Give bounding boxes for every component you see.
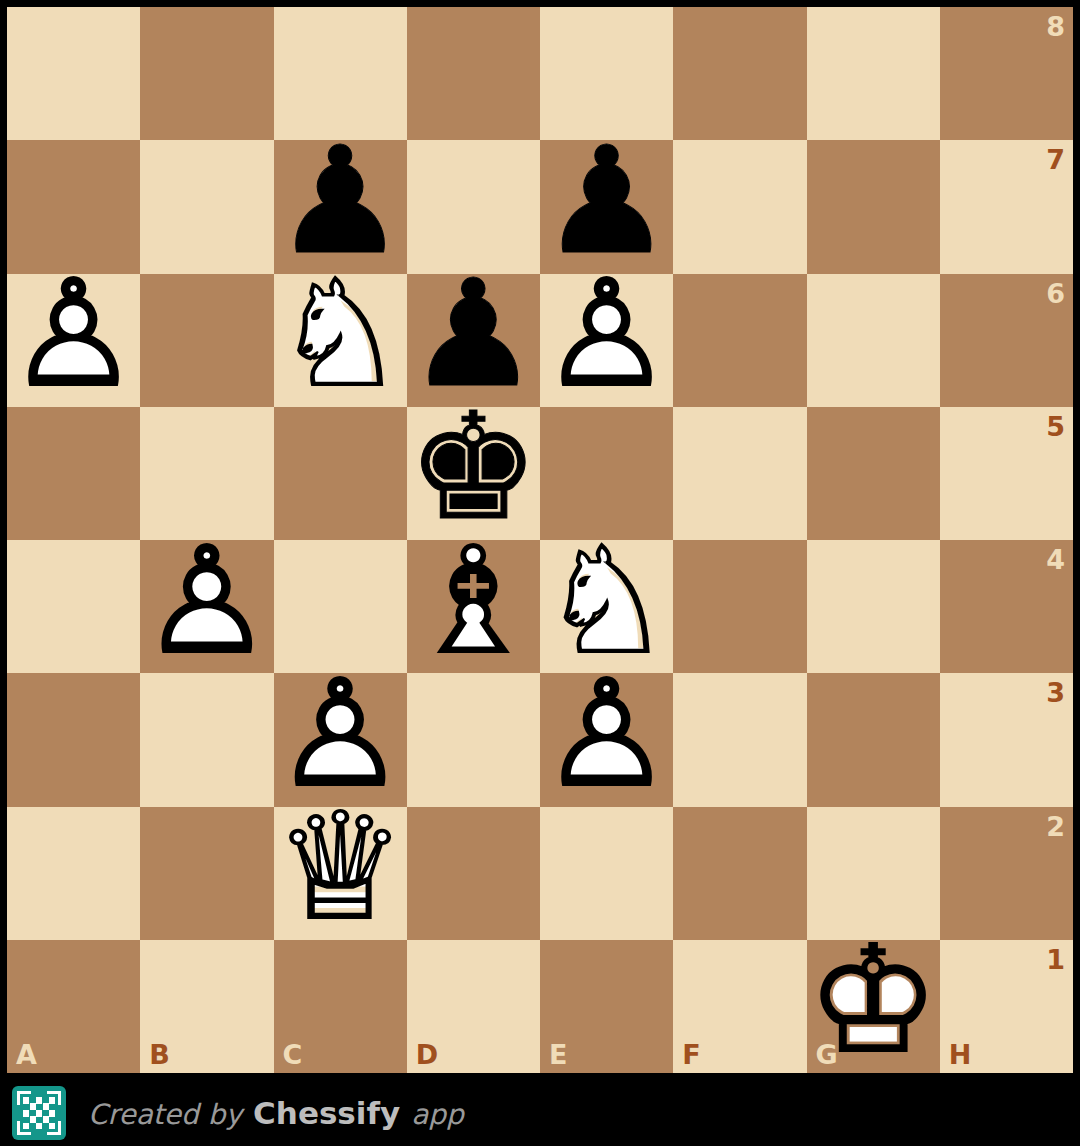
square-h8: 8	[940, 7, 1073, 140]
square-g5	[807, 407, 940, 540]
rank-label-3: 3	[1046, 679, 1065, 706]
square-e6: ♟♙	[540, 274, 673, 407]
square-e1: E	[540, 940, 673, 1073]
square-d1: D	[407, 940, 540, 1073]
app-label: app	[411, 1098, 464, 1131]
square-d5: ♚♚	[407, 407, 540, 540]
black-pawn-d6: ♟♟	[407, 274, 540, 407]
square-g8	[807, 7, 940, 140]
square-c4	[274, 540, 407, 673]
square-g1: G♚♔	[807, 940, 940, 1073]
square-c7: ♟♟	[274, 140, 407, 273]
chess-diagram-page: 8♟♟♟♟7♟♙♞♘♟♟♟♙6♚♚5♟♙♝♗♞♘4♟♙♟♙3♛♕2ABCDEFG…	[0, 0, 1080, 1146]
square-f6	[673, 274, 806, 407]
square-c6: ♞♘	[274, 274, 407, 407]
square-e3: ♟♙	[540, 673, 673, 806]
square-f3	[673, 673, 806, 806]
square-g2	[807, 807, 940, 940]
rank-label-7: 7	[1046, 146, 1065, 173]
square-d7	[407, 140, 540, 273]
square-h4: 4	[940, 540, 1073, 673]
rank-label-2: 2	[1046, 813, 1065, 840]
chess-board: 8♟♟♟♟7♟♙♞♘♟♟♟♙6♚♚5♟♙♝♗♞♘4♟♙♟♙3♛♕2ABCDEFG…	[0, 0, 1080, 1080]
square-e7: ♟♟	[540, 140, 673, 273]
file-label-e: E	[549, 1041, 567, 1068]
square-d6: ♟♟	[407, 274, 540, 407]
rank-label-5: 5	[1046, 413, 1065, 440]
checkerboard-pattern-icon	[23, 1097, 55, 1129]
brand-name: Chessify	[253, 1095, 400, 1131]
file-label-d: D	[416, 1041, 438, 1068]
file-label-c: C	[283, 1041, 303, 1068]
square-a4	[7, 540, 140, 673]
square-h5: 5	[940, 407, 1073, 540]
white-knight-e4: ♞♘	[540, 540, 673, 673]
black-king-d5: ♚♚	[407, 407, 540, 540]
square-c2: ♛♕	[274, 807, 407, 940]
white-pawn-b4: ♟♙	[140, 540, 273, 673]
white-pawn-a6: ♟♙	[7, 274, 140, 407]
square-b5	[140, 407, 273, 540]
black-pawn-e7: ♟♟	[540, 140, 673, 273]
square-f2	[673, 807, 806, 940]
square-e4: ♞♘	[540, 540, 673, 673]
square-b8	[140, 7, 273, 140]
square-c8	[274, 7, 407, 140]
square-f8	[673, 7, 806, 140]
rank-label-1: 1	[1046, 946, 1065, 973]
square-a3	[7, 673, 140, 806]
white-king-g1: ♚♔	[807, 940, 940, 1073]
square-g3	[807, 673, 940, 806]
file-label-f: F	[682, 1041, 700, 1068]
white-knight-c6: ♞♘	[274, 274, 407, 407]
square-b2	[140, 807, 273, 940]
square-b3	[140, 673, 273, 806]
square-a2	[7, 807, 140, 940]
file-label-h: H	[949, 1041, 972, 1068]
square-f4	[673, 540, 806, 673]
square-h1: 1H	[940, 940, 1073, 1073]
rank-label-6: 6	[1046, 280, 1065, 307]
square-c1: C	[274, 940, 407, 1073]
square-d2	[407, 807, 540, 940]
created-by-label: Created by	[88, 1098, 242, 1131]
square-h6: 6	[940, 274, 1073, 407]
square-b6	[140, 274, 273, 407]
square-e5	[540, 407, 673, 540]
square-a6: ♟♙	[7, 274, 140, 407]
file-label-a: A	[16, 1041, 37, 1068]
square-a1: A	[7, 940, 140, 1073]
white-pawn-e3: ♟♙	[540, 673, 673, 806]
rank-label-4: 4	[1046, 546, 1065, 573]
credit-text: Created by Chessify app	[88, 1095, 464, 1131]
square-b4: ♟♙	[140, 540, 273, 673]
square-g6	[807, 274, 940, 407]
square-a8	[7, 7, 140, 140]
square-a7	[7, 140, 140, 273]
white-bishop-d4: ♝♗	[407, 540, 540, 673]
chessify-scan-board-icon	[12, 1086, 66, 1140]
square-f7	[673, 140, 806, 273]
square-f5	[673, 407, 806, 540]
square-e8	[540, 7, 673, 140]
square-d8	[407, 7, 540, 140]
square-g7	[807, 140, 940, 273]
square-c5	[274, 407, 407, 540]
square-h3: 3	[940, 673, 1073, 806]
square-c3: ♟♙	[274, 673, 407, 806]
square-e2	[540, 807, 673, 940]
file-label-b: B	[149, 1041, 170, 1068]
square-g4	[807, 540, 940, 673]
square-b7	[140, 140, 273, 273]
square-a5	[7, 407, 140, 540]
square-h7: 7	[940, 140, 1073, 273]
white-queen-c2: ♛♕	[274, 807, 407, 940]
black-pawn-c7: ♟♟	[274, 140, 407, 273]
square-b1: B	[140, 940, 273, 1073]
square-f1: F	[673, 940, 806, 1073]
white-pawn-e6: ♟♙	[540, 274, 673, 407]
square-h2: 2	[940, 807, 1073, 940]
square-d4: ♝♗	[407, 540, 540, 673]
footer-credit-bar: Created by Chessify app	[0, 1080, 1080, 1146]
rank-label-8: 8	[1046, 13, 1065, 40]
square-d3	[407, 673, 540, 806]
white-pawn-c3: ♟♙	[274, 673, 407, 806]
